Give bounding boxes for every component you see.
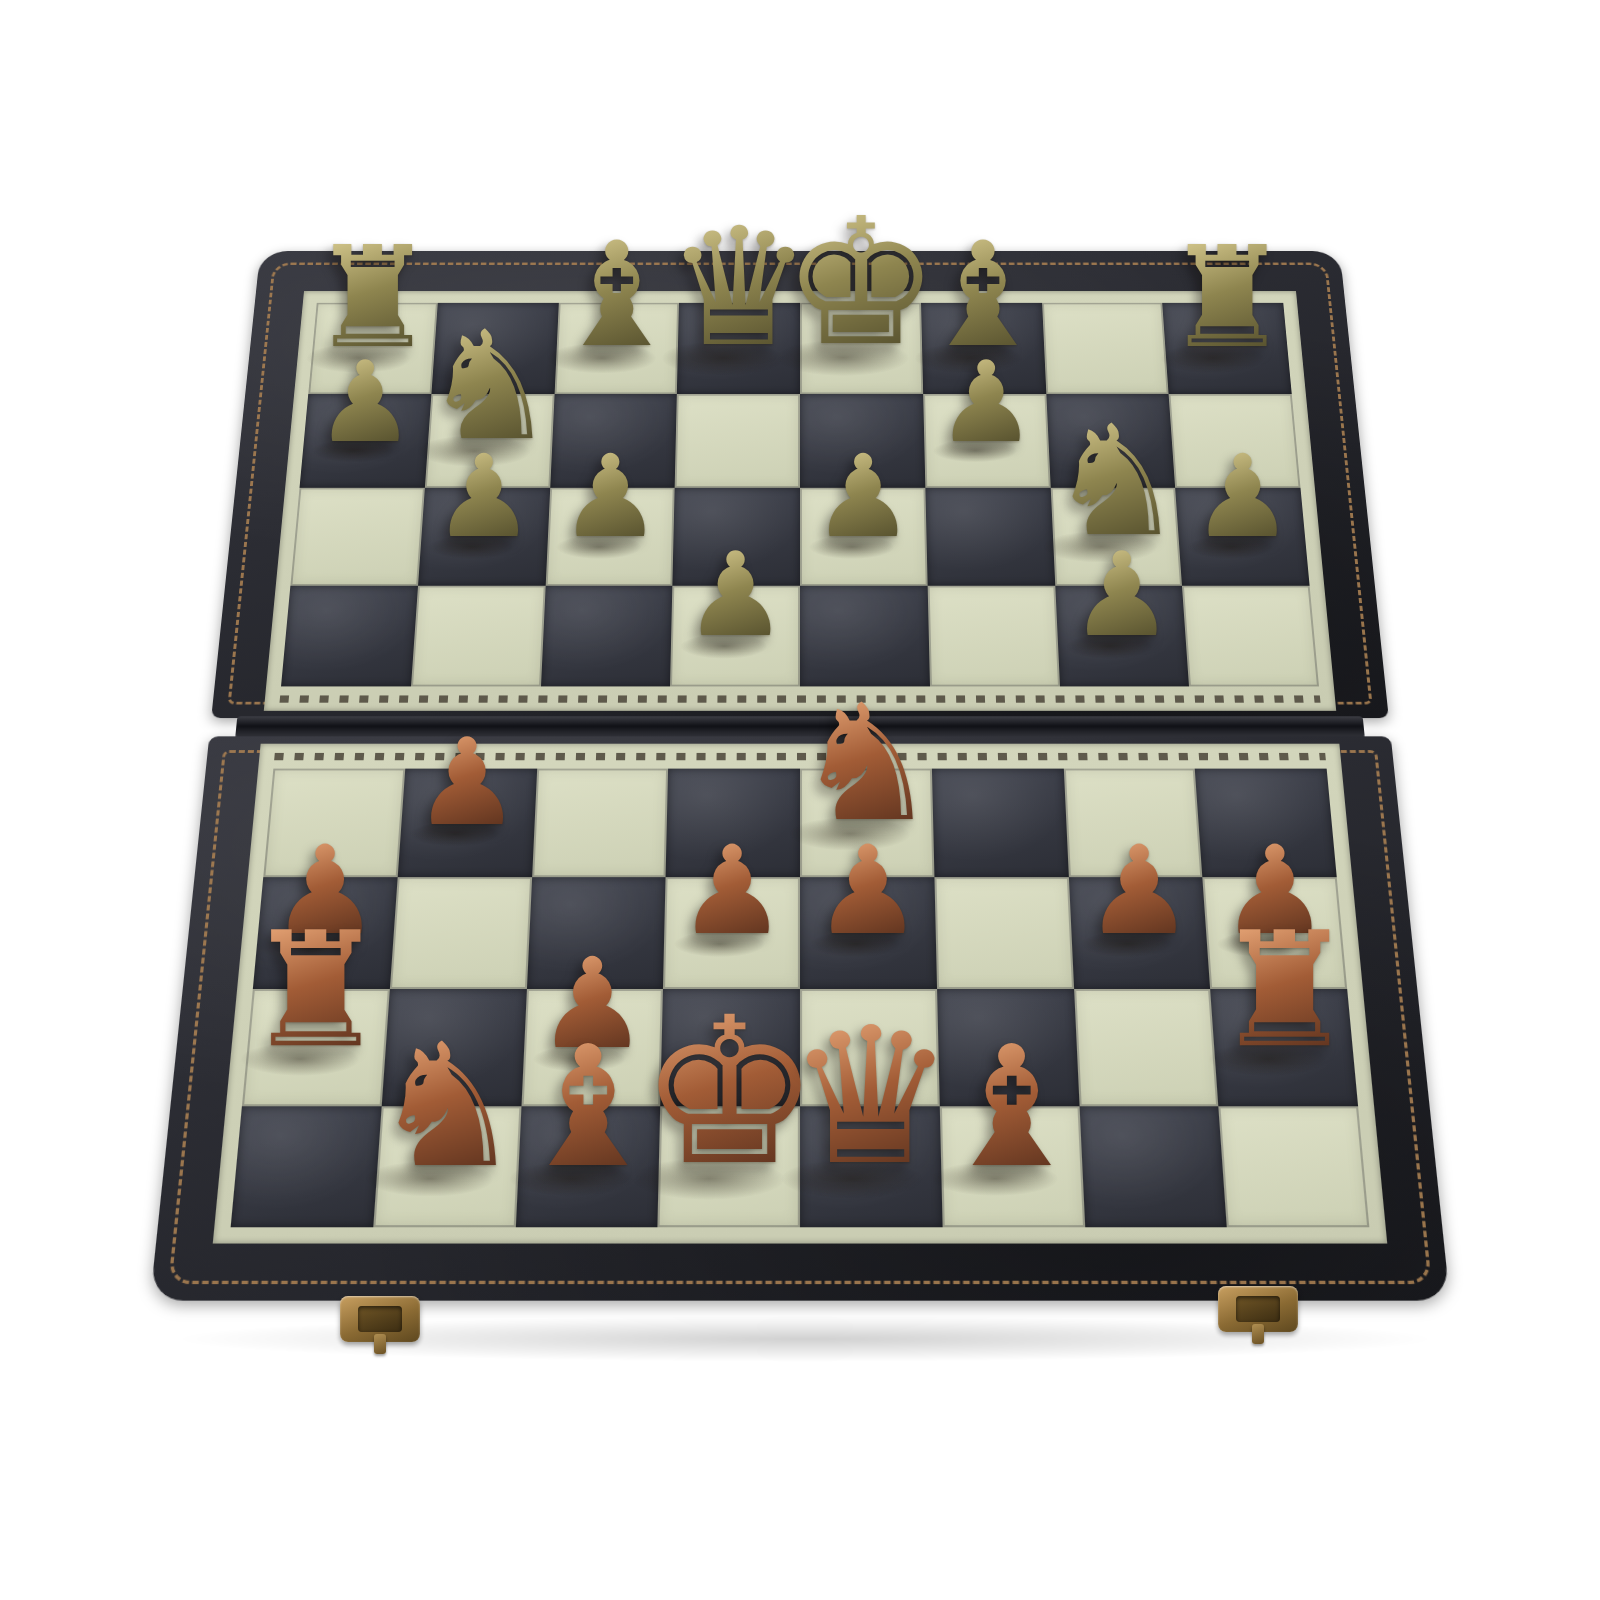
square-g8[interactable] (1042, 303, 1169, 394)
square-a5[interactable] (281, 585, 418, 686)
bishop-glyph: ♝ (552, 227, 682, 364)
square-h5[interactable] (1182, 585, 1319, 686)
piece-copper-pawn-e3[interactable]: ♟ (813, 833, 923, 949)
piece-brass-bishop-c8[interactable]: ♝ (552, 227, 682, 364)
piece-brass-pawn-a7[interactable]: ♟ (315, 348, 415, 454)
pawn-glyph: ♟ (677, 833, 787, 949)
piece-brass-pawn-d5[interactable]: ♟ (684, 540, 788, 650)
piece-brass-pawn-h6[interactable]: ♟ (1191, 443, 1293, 551)
piece-brass-pawn-b6[interactable]: ♟ (433, 443, 535, 551)
rook-glyph: ♜ (1213, 915, 1355, 1066)
pawn-glyph: ♟ (1070, 540, 1174, 650)
square-h1[interactable] (1219, 1106, 1370, 1228)
latch-pin (374, 1334, 386, 1354)
pawn-glyph: ♟ (684, 540, 788, 650)
pawn-glyph: ♟ (559, 443, 661, 551)
square-b3[interactable] (390, 877, 532, 989)
square-b5[interactable] (411, 585, 545, 686)
pawn-glyph: ♟ (1191, 443, 1293, 551)
rook-glyph: ♜ (1164, 231, 1290, 364)
queen-glyph: ♛ (786, 1008, 955, 1187)
pawn-glyph: ♟ (1084, 833, 1194, 949)
pawn-glyph: ♟ (413, 724, 521, 838)
square-a6[interactable] (290, 488, 424, 586)
piece-brass-king-e8[interactable]: ♚ (782, 199, 939, 366)
piece-copper-rook-a2[interactable]: ♜ (245, 915, 387, 1066)
latch-slot (1236, 1296, 1280, 1322)
latch-right[interactable] (1218, 1286, 1298, 1332)
pawn-glyph: ♟ (433, 443, 535, 551)
bishop-glyph: ♝ (937, 1027, 1087, 1186)
pawn-glyph: ♟ (812, 443, 914, 551)
pawn-glyph: ♟ (315, 348, 415, 454)
square-g2[interactable] (1074, 989, 1219, 1106)
pawn-glyph: ♟ (936, 348, 1036, 454)
piece-brass-pawn-c6[interactable]: ♟ (559, 443, 661, 551)
piece-copper-pawn-d3[interactable]: ♟ (677, 833, 787, 949)
square-f4[interactable] (932, 769, 1069, 877)
knight-glyph: ♞ (371, 1024, 524, 1186)
king-glyph: ♚ (782, 199, 939, 366)
rook-glyph: ♜ (245, 915, 387, 1066)
piece-copper-queen-e1[interactable]: ♛ (786, 1008, 955, 1187)
pawn-glyph: ♟ (813, 833, 923, 949)
square-c4[interactable] (532, 769, 669, 877)
piece-brass-pawn-g5[interactable]: ♟ (1070, 540, 1174, 650)
square-f6[interactable] (925, 488, 1055, 586)
square-f5[interactable] (927, 585, 1059, 686)
piece-copper-rook-h2[interactable]: ♜ (1213, 915, 1355, 1066)
square-g1[interactable] (1079, 1106, 1227, 1228)
piece-copper-pawn-g3[interactable]: ♟ (1084, 833, 1194, 949)
piece-brass-rook-h8[interactable]: ♜ (1164, 231, 1290, 364)
square-c5[interactable] (541, 585, 673, 686)
piece-copper-pawn-b4[interactable]: ♟ (413, 724, 521, 838)
piece-brass-pawn-e6[interactable]: ♟ (812, 443, 914, 551)
square-d7[interactable] (675, 394, 800, 488)
square-f3[interactable] (934, 877, 1073, 989)
latch-pin (1252, 1324, 1264, 1344)
piece-brass-pawn-f7[interactable]: ♟ (936, 348, 1036, 454)
product-photo: ♜♝♛♚♝♜♟♞♟♟♟♟♞♟♟♟♟♞♟♟♟♟♟♜♟♜♞♝♚♛♝ (0, 0, 1600, 1600)
latch-left[interactable] (340, 1296, 420, 1342)
latch-slot (358, 1306, 402, 1332)
piece-copper-knight-b1[interactable]: ♞ (371, 1024, 524, 1186)
piece-copper-bishop-f1[interactable]: ♝ (937, 1027, 1087, 1186)
square-a1[interactable] (231, 1106, 382, 1228)
